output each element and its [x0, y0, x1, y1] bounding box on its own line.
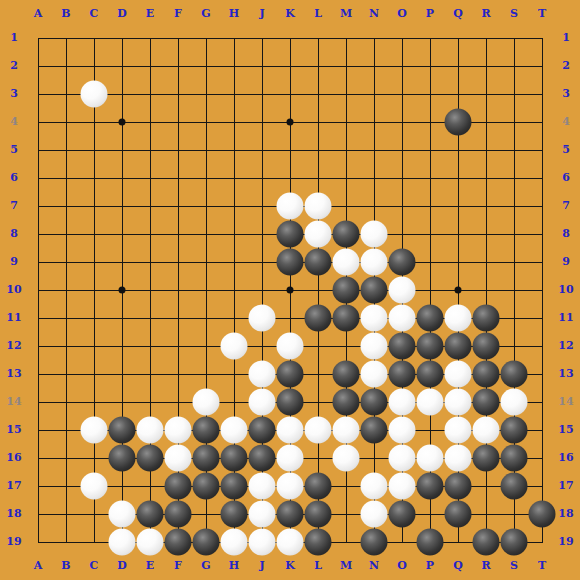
stone-black-M14	[333, 389, 360, 416]
stone-white-L8	[305, 221, 332, 248]
stone-white-L7	[305, 193, 332, 220]
stone-white-O15	[389, 417, 416, 444]
row-label-right-2: 2	[552, 59, 580, 73]
stone-black-K14	[277, 389, 304, 416]
stone-black-O9	[389, 249, 416, 276]
stone-white-L15	[305, 417, 332, 444]
row-label-right-4: 4	[552, 115, 580, 129]
row-label-right-10: 10	[552, 283, 580, 297]
col-label-bottom-K: K	[276, 559, 304, 573]
stone-black-N19	[361, 529, 388, 556]
row-label-right-17: 17	[552, 479, 580, 493]
stone-white-G14	[193, 389, 220, 416]
stone-black-K9	[277, 249, 304, 276]
stone-black-S17	[501, 473, 528, 500]
col-label-top-A: A	[24, 7, 52, 21]
star-point-D10	[119, 287, 126, 294]
stone-white-K16	[277, 445, 304, 472]
stone-black-K13	[277, 361, 304, 388]
stone-black-N14	[361, 389, 388, 416]
row-label-right-5: 5	[552, 143, 580, 157]
row-label-right-19: 19	[552, 535, 580, 549]
stone-black-P12	[417, 333, 444, 360]
row-label-left-10: 10	[0, 283, 28, 297]
stone-white-K12	[277, 333, 304, 360]
stone-white-E15	[137, 417, 164, 444]
stone-black-E16	[137, 445, 164, 472]
col-label-top-D: D	[108, 7, 136, 21]
row-label-left-19: 19	[0, 535, 28, 549]
stone-black-P17	[417, 473, 444, 500]
stone-white-Q14	[445, 389, 472, 416]
stone-black-L17	[305, 473, 332, 500]
stone-white-H19	[221, 529, 248, 556]
row-label-left-6: 6	[0, 171, 28, 185]
row-label-left-17: 17	[0, 479, 28, 493]
stone-black-S13	[501, 361, 528, 388]
col-label-top-Q: Q	[444, 7, 472, 21]
stone-black-N10	[361, 277, 388, 304]
stone-white-K7	[277, 193, 304, 220]
stone-black-S15	[501, 417, 528, 444]
row-label-left-4: 4	[0, 115, 28, 129]
row-label-left-14: 14	[0, 395, 28, 409]
col-label-bottom-N: N	[360, 559, 388, 573]
stone-black-M13	[333, 361, 360, 388]
stone-black-J16	[249, 445, 276, 472]
stone-white-O11	[389, 305, 416, 332]
stone-black-P11	[417, 305, 444, 332]
stone-black-Q17	[445, 473, 472, 500]
col-label-top-O: O	[388, 7, 416, 21]
col-label-bottom-C: C	[80, 559, 108, 573]
row-label-right-6: 6	[552, 171, 580, 185]
stone-white-M15	[333, 417, 360, 444]
stone-white-Q13	[445, 361, 472, 388]
stone-black-R13	[473, 361, 500, 388]
go-board[interactable]: AABBCCDDEEFFGGHHJJKKLLMMNNOOPPQQRRSSTT11…	[0, 0, 580, 580]
row-label-left-8: 8	[0, 227, 28, 241]
col-label-top-K: K	[276, 7, 304, 21]
stone-white-J14	[249, 389, 276, 416]
row-label-left-16: 16	[0, 451, 28, 465]
stone-white-Q16	[445, 445, 472, 472]
stone-black-R11	[473, 305, 500, 332]
stone-black-O18	[389, 501, 416, 528]
stone-white-S14	[501, 389, 528, 416]
col-label-bottom-O: O	[388, 559, 416, 573]
col-label-bottom-Q: Q	[444, 559, 472, 573]
col-label-bottom-M: M	[332, 559, 360, 573]
row-label-left-7: 7	[0, 199, 28, 213]
col-label-top-L: L	[304, 7, 332, 21]
row-label-right-9: 9	[552, 255, 580, 269]
stone-black-J15	[249, 417, 276, 444]
col-label-top-M: M	[332, 7, 360, 21]
col-label-bottom-T: T	[528, 559, 556, 573]
stone-white-N8	[361, 221, 388, 248]
col-label-bottom-E: E	[136, 559, 164, 573]
col-label-bottom-L: L	[304, 559, 332, 573]
row-label-right-15: 15	[552, 423, 580, 437]
col-label-bottom-R: R	[472, 559, 500, 573]
stone-black-F18	[165, 501, 192, 528]
row-label-left-15: 15	[0, 423, 28, 437]
stone-black-G15	[193, 417, 220, 444]
stone-black-Q4	[445, 109, 472, 136]
stone-black-Q18	[445, 501, 472, 528]
col-label-bottom-P: P	[416, 559, 444, 573]
col-label-top-F: F	[164, 7, 192, 21]
stone-white-J17	[249, 473, 276, 500]
stone-white-D18	[109, 501, 136, 528]
col-label-bottom-A: A	[24, 559, 52, 573]
stone-black-O13	[389, 361, 416, 388]
stone-white-R15	[473, 417, 500, 444]
stone-white-C3	[81, 81, 108, 108]
stone-white-O10	[389, 277, 416, 304]
stone-black-R16	[473, 445, 500, 472]
stone-white-K15	[277, 417, 304, 444]
stone-white-C17	[81, 473, 108, 500]
col-label-bottom-H: H	[220, 559, 248, 573]
row-label-right-7: 7	[552, 199, 580, 213]
col-label-bottom-G: G	[192, 559, 220, 573]
row-label-right-1: 1	[552, 31, 580, 45]
stone-white-P14	[417, 389, 444, 416]
stone-white-J19	[249, 529, 276, 556]
stone-white-J18	[249, 501, 276, 528]
col-label-bottom-B: B	[52, 559, 80, 573]
stone-black-P19	[417, 529, 444, 556]
stone-white-N13	[361, 361, 388, 388]
row-label-left-1: 1	[0, 31, 28, 45]
stone-black-L19	[305, 529, 332, 556]
col-label-top-P: P	[416, 7, 444, 21]
stone-white-J13	[249, 361, 276, 388]
star-point-D4	[119, 119, 126, 126]
stone-white-O14	[389, 389, 416, 416]
stone-white-O17	[389, 473, 416, 500]
stone-black-E18	[137, 501, 164, 528]
stone-black-L11	[305, 305, 332, 332]
stone-white-O16	[389, 445, 416, 472]
col-label-top-H: H	[220, 7, 248, 21]
row-label-left-3: 3	[0, 87, 28, 101]
star-point-Q10	[455, 287, 462, 294]
star-point-K10	[287, 287, 294, 294]
stone-white-N9	[361, 249, 388, 276]
stone-white-F15	[165, 417, 192, 444]
row-label-right-11: 11	[552, 311, 580, 325]
stone-white-E19	[137, 529, 164, 556]
stone-black-P13	[417, 361, 444, 388]
stone-white-Q11	[445, 305, 472, 332]
col-label-bottom-S: S	[500, 559, 528, 573]
row-label-left-13: 13	[0, 367, 28, 381]
stone-black-R14	[473, 389, 500, 416]
stone-black-S19	[501, 529, 528, 556]
stone-white-K17	[277, 473, 304, 500]
stone-black-O12	[389, 333, 416, 360]
stone-white-H12	[221, 333, 248, 360]
stone-black-K8	[277, 221, 304, 248]
row-label-right-13: 13	[552, 367, 580, 381]
row-label-left-9: 9	[0, 255, 28, 269]
stone-black-D15	[109, 417, 136, 444]
stone-black-N15	[361, 417, 388, 444]
col-label-top-N: N	[360, 7, 388, 21]
stone-black-H17	[221, 473, 248, 500]
col-label-top-R: R	[472, 7, 500, 21]
stone-black-G16	[193, 445, 220, 472]
stone-black-L18	[305, 501, 332, 528]
stone-white-M9	[333, 249, 360, 276]
col-label-top-G: G	[192, 7, 220, 21]
row-label-right-14: 14	[552, 395, 580, 409]
stone-white-N11	[361, 305, 388, 332]
stone-black-G19	[193, 529, 220, 556]
row-label-right-18: 18	[552, 507, 580, 521]
col-label-top-E: E	[136, 7, 164, 21]
col-label-bottom-D: D	[108, 559, 136, 573]
stone-white-D19	[109, 529, 136, 556]
stone-black-M8	[333, 221, 360, 248]
stone-white-N17	[361, 473, 388, 500]
stone-white-P16	[417, 445, 444, 472]
stone-white-N12	[361, 333, 388, 360]
row-label-right-16: 16	[552, 451, 580, 465]
col-label-top-J: J	[248, 7, 276, 21]
row-label-left-11: 11	[0, 311, 28, 325]
stone-white-J11	[249, 305, 276, 332]
col-label-top-C: C	[80, 7, 108, 21]
stone-black-H18	[221, 501, 248, 528]
stone-white-K19	[277, 529, 304, 556]
col-label-top-T: T	[528, 7, 556, 21]
stone-black-R19	[473, 529, 500, 556]
row-label-left-18: 18	[0, 507, 28, 521]
stone-black-L9	[305, 249, 332, 276]
col-label-top-S: S	[500, 7, 528, 21]
stone-white-C15	[81, 417, 108, 444]
row-label-left-5: 5	[0, 143, 28, 157]
star-point-K4	[287, 119, 294, 126]
stone-black-H16	[221, 445, 248, 472]
stone-black-Q12	[445, 333, 472, 360]
stone-black-D16	[109, 445, 136, 472]
stone-black-M10	[333, 277, 360, 304]
row-label-left-2: 2	[0, 59, 28, 73]
row-label-left-12: 12	[0, 339, 28, 353]
stone-black-G17	[193, 473, 220, 500]
stone-black-F17	[165, 473, 192, 500]
row-label-right-12: 12	[552, 339, 580, 353]
stone-black-S16	[501, 445, 528, 472]
stone-white-Q15	[445, 417, 472, 444]
stone-black-R12	[473, 333, 500, 360]
stone-white-H15	[221, 417, 248, 444]
stone-white-F16	[165, 445, 192, 472]
stone-white-N18	[361, 501, 388, 528]
stone-black-F19	[165, 529, 192, 556]
row-label-right-8: 8	[552, 227, 580, 241]
stone-black-M11	[333, 305, 360, 332]
stone-black-T18	[529, 501, 556, 528]
stone-black-K18	[277, 501, 304, 528]
col-label-bottom-F: F	[164, 559, 192, 573]
col-label-top-B: B	[52, 7, 80, 21]
row-label-right-3: 3	[552, 87, 580, 101]
col-label-bottom-J: J	[248, 559, 276, 573]
stone-white-M16	[333, 445, 360, 472]
